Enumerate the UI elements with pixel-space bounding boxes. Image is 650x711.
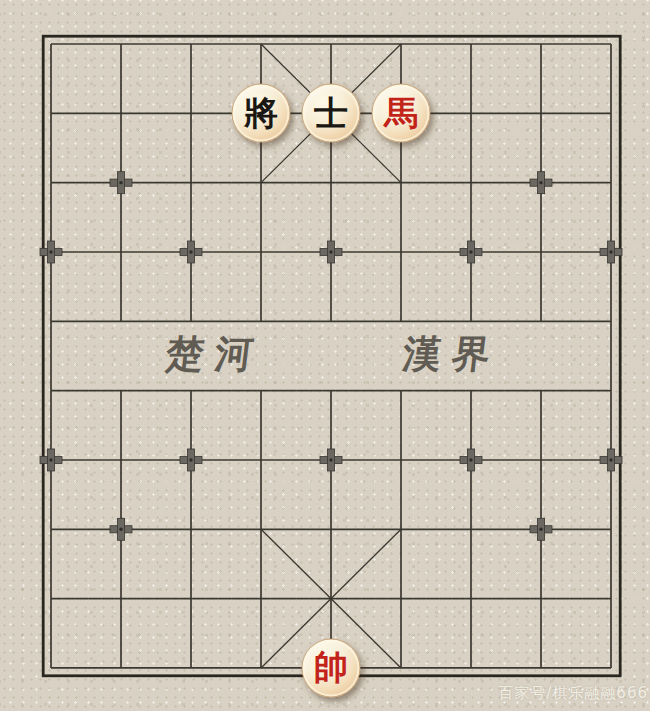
star-point-marker [530, 172, 552, 194]
piece-black-general[interactable]: 將 [232, 84, 291, 143]
piece-black-advisor[interactable]: 士 [302, 84, 361, 143]
river-label-han-jie: 漢界 [401, 335, 504, 375]
piece-glyph: 帥 [314, 651, 348, 685]
star-point-marker [600, 241, 622, 263]
star-point-marker [460, 241, 482, 263]
xiangqi-board-diagram: 楚河 漢界 將士馬帥 百家号/棋乐融融666 [0, 0, 650, 711]
star-point-marker [600, 449, 622, 471]
river-label-chu-he: 楚河 [164, 335, 267, 375]
piece-red-general[interactable]: 帥 [302, 638, 361, 697]
piece-glyph: 將 [244, 96, 278, 130]
star-point-marker [180, 241, 202, 263]
piece-glyph: 士 [314, 96, 348, 130]
star-point-marker [320, 241, 342, 263]
watermark: 百家号/棋乐融融666 [498, 684, 648, 703]
piece-red-horse[interactable]: 馬 [372, 84, 431, 143]
star-point-marker [320, 449, 342, 471]
star-point-marker [460, 449, 482, 471]
star-point-marker [110, 518, 132, 540]
star-point-marker [530, 518, 552, 540]
piece-glyph: 馬 [384, 96, 418, 130]
star-point-marker [180, 449, 202, 471]
star-point-marker [110, 172, 132, 194]
